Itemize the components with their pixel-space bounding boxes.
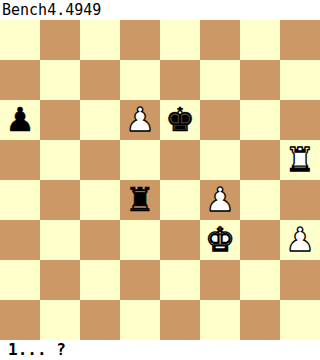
square-g8[interactable] [240, 20, 280, 60]
white-rook-piece[interactable]: ♜ [280, 140, 320, 180]
square-d3[interactable] [120, 220, 160, 260]
black-rook-piece[interactable]: ♜ [120, 180, 160, 220]
square-b7[interactable] [40, 60, 80, 100]
square-f3[interactable]: ♚ [200, 220, 240, 260]
square-h6[interactable] [280, 100, 320, 140]
square-c7[interactable] [80, 60, 120, 100]
square-c8[interactable] [80, 20, 120, 60]
square-c4[interactable] [80, 180, 120, 220]
square-g2[interactable] [240, 260, 280, 300]
square-c3[interactable] [80, 220, 120, 260]
page-title: Bench4.4949 [0, 0, 320, 20]
square-b8[interactable] [40, 20, 80, 60]
square-f2[interactable] [200, 260, 240, 300]
square-g1[interactable] [240, 300, 280, 340]
square-h8[interactable] [280, 20, 320, 60]
square-e5[interactable] [160, 140, 200, 180]
square-d4[interactable]: ♜ [120, 180, 160, 220]
square-d1[interactable] [120, 300, 160, 340]
square-d7[interactable] [120, 60, 160, 100]
square-d8[interactable] [120, 20, 160, 60]
square-f7[interactable] [200, 60, 240, 100]
square-c5[interactable] [80, 140, 120, 180]
square-b5[interactable] [40, 140, 80, 180]
move-prompt: 1... ? [0, 340, 320, 360]
square-b4[interactable] [40, 180, 80, 220]
chess-board: ♟♟♚♜♜♟♚♟ [0, 20, 320, 340]
square-g5[interactable] [240, 140, 280, 180]
square-c1[interactable] [80, 300, 120, 340]
white-pawn-piece[interactable]: ♟ [280, 220, 320, 260]
square-a8[interactable] [0, 20, 40, 60]
square-d5[interactable] [120, 140, 160, 180]
square-h2[interactable] [280, 260, 320, 300]
square-b2[interactable] [40, 260, 80, 300]
square-e7[interactable] [160, 60, 200, 100]
square-b1[interactable] [40, 300, 80, 340]
square-a5[interactable] [0, 140, 40, 180]
black-king-piece[interactable]: ♚ [160, 100, 200, 140]
square-h4[interactable] [280, 180, 320, 220]
square-f6[interactable] [200, 100, 240, 140]
chess-app-window: Bench4.4949 ♟♟♚♜♜♟♚♟ 1... ? [0, 0, 320, 360]
square-a3[interactable] [0, 220, 40, 260]
square-f4[interactable]: ♟ [200, 180, 240, 220]
square-f8[interactable] [200, 20, 240, 60]
square-h5[interactable]: ♜ [280, 140, 320, 180]
square-f5[interactable] [200, 140, 240, 180]
square-d6[interactable]: ♟ [120, 100, 160, 140]
square-e3[interactable] [160, 220, 200, 260]
square-g7[interactable] [240, 60, 280, 100]
square-c6[interactable] [80, 100, 120, 140]
square-e6[interactable]: ♚ [160, 100, 200, 140]
square-f1[interactable] [200, 300, 240, 340]
square-b6[interactable] [40, 100, 80, 140]
square-a6[interactable]: ♟ [0, 100, 40, 140]
square-e1[interactable] [160, 300, 200, 340]
square-h7[interactable] [280, 60, 320, 100]
square-d2[interactable] [120, 260, 160, 300]
white-king-piece[interactable]: ♚ [200, 220, 240, 260]
square-b3[interactable] [40, 220, 80, 260]
square-a2[interactable] [0, 260, 40, 300]
white-pawn-piece[interactable]: ♟ [120, 100, 160, 140]
square-c2[interactable] [80, 260, 120, 300]
square-a4[interactable] [0, 180, 40, 220]
square-h1[interactable] [280, 300, 320, 340]
square-e8[interactable] [160, 20, 200, 60]
square-h3[interactable]: ♟ [280, 220, 320, 260]
square-g3[interactable] [240, 220, 280, 260]
black-pawn-piece[interactable]: ♟ [0, 100, 40, 140]
square-g4[interactable] [240, 180, 280, 220]
square-g6[interactable] [240, 100, 280, 140]
square-a1[interactable] [0, 300, 40, 340]
square-e2[interactable] [160, 260, 200, 300]
white-pawn-piece[interactable]: ♟ [200, 180, 240, 220]
square-e4[interactable] [160, 180, 200, 220]
square-a7[interactable] [0, 60, 40, 100]
